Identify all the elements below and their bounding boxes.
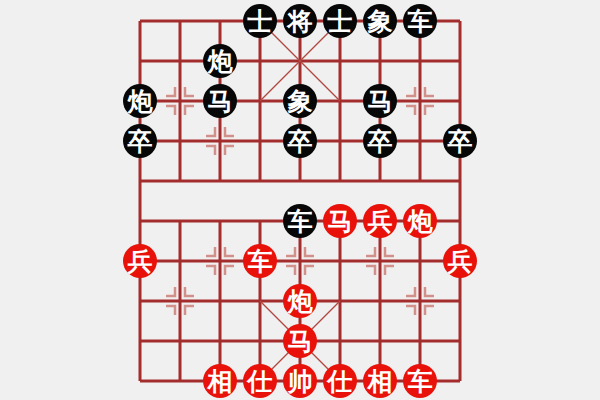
piece-glyph: 兵 [443,244,477,278]
piece-black-cannon[interactable]: 炮 [120,81,160,121]
piece-glyph: 卒 [363,124,397,158]
piece-glyph: 仕 [243,364,277,398]
piece-red-cannon[interactable]: 炮 [400,201,440,241]
piece-glyph: 炮 [123,84,157,118]
piece-glyph: 马 [363,84,397,118]
piece-glyph: 象 [283,84,317,118]
piece-red-chariot[interactable]: 车 [400,361,440,400]
piece-glyph: 兵 [123,244,157,278]
piece-black-elephant[interactable]: 象 [360,1,400,41]
piece-glyph: 兵 [363,204,397,238]
piece-glyph: 象 [363,4,397,38]
piece-glyph: 卒 [123,124,157,158]
piece-glyph: 帅 [283,364,317,398]
xiangqi-board: 士将士象车炮炮马象马卒卒卒卒车马兵炮兵车兵炮马相仕帅仕相车 [0,0,600,400]
piece-black-advisor[interactable]: 士 [320,1,360,41]
piece-black-chariot[interactable]: 车 [400,1,440,41]
piece-red-chariot[interactable]: 车 [240,241,280,281]
piece-red-soldier[interactable]: 兵 [360,201,400,241]
piece-glyph: 车 [243,244,277,278]
piece-red-soldier[interactable]: 兵 [440,241,480,281]
piece-glyph: 炮 [403,204,437,238]
piece-glyph: 马 [323,204,357,238]
piece-red-horse[interactable]: 马 [320,201,360,241]
piece-black-soldier[interactable]: 卒 [440,121,480,161]
piece-glyph: 炮 [203,44,237,78]
piece-glyph: 仕 [323,364,357,398]
piece-layer: 士将士象车炮炮马象马卒卒卒卒车马兵炮兵车兵炮马相仕帅仕相车 [120,1,480,400]
piece-black-soldier[interactable]: 卒 [120,121,160,161]
piece-glyph: 士 [243,4,277,38]
piece-glyph: 卒 [283,124,317,158]
piece-red-horse[interactable]: 马 [280,321,320,361]
piece-glyph: 车 [283,204,317,238]
piece-glyph: 相 [203,364,237,398]
piece-glyph: 卒 [443,124,477,158]
piece-red-elephant[interactable]: 相 [200,361,240,400]
piece-red-cannon[interactable]: 炮 [280,281,320,321]
piece-black-soldier[interactable]: 卒 [280,121,320,161]
piece-glyph: 车 [403,4,437,38]
piece-red-general[interactable]: 帅 [280,361,320,400]
piece-black-horse[interactable]: 马 [360,81,400,121]
piece-glyph: 马 [203,84,237,118]
piece-black-elephant[interactable]: 象 [280,81,320,121]
piece-glyph: 将 [283,4,317,38]
piece-black-chariot[interactable]: 车 [280,201,320,241]
piece-black-general[interactable]: 将 [280,1,320,41]
piece-glyph: 车 [403,364,437,398]
piece-red-soldier[interactable]: 兵 [120,241,160,281]
piece-red-elephant[interactable]: 相 [360,361,400,400]
piece-glyph: 相 [363,364,397,398]
piece-glyph: 士 [323,4,357,38]
piece-black-horse[interactable]: 马 [200,81,240,121]
piece-black-cannon[interactable]: 炮 [200,41,240,81]
piece-glyph: 马 [283,324,317,358]
piece-red-advisor[interactable]: 仕 [240,361,280,400]
piece-black-advisor[interactable]: 士 [240,1,280,41]
piece-glyph: 炮 [283,284,317,318]
piece-black-soldier[interactable]: 卒 [360,121,400,161]
piece-red-advisor[interactable]: 仕 [320,361,360,400]
